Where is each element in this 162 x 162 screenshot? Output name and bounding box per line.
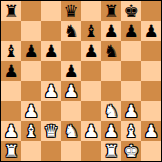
square-h1[interactable] [141, 141, 161, 161]
square-c2[interactable]: ♛ [41, 121, 61, 141]
square-g4[interactable] [121, 81, 141, 101]
white-bishop-icon: ♝ [123, 121, 138, 141]
square-e5[interactable] [81, 61, 101, 81]
black-pawn-icon: ♟ [83, 41, 98, 61]
square-c1[interactable] [41, 141, 61, 161]
white-knight-icon: ♞ [103, 101, 118, 121]
white-rook-icon: ♜ [103, 141, 118, 161]
square-f6[interactable]: ♞ [101, 41, 121, 61]
white-pawn-icon: ♟ [63, 81, 78, 101]
black-knight-icon: ♞ [63, 21, 78, 41]
black-pawn-icon: ♟ [123, 21, 138, 41]
white-pawn-icon: ♟ [123, 101, 138, 121]
square-c3[interactable] [41, 101, 61, 121]
square-f8[interactable]: ♜ [101, 1, 121, 21]
square-g8[interactable]: ♚ [121, 1, 141, 21]
white-pawn-icon: ♟ [103, 121, 118, 141]
square-e7[interactable]: ♝ [81, 21, 101, 41]
white-rook-icon: ♜ [3, 141, 18, 161]
square-a3[interactable] [1, 101, 21, 121]
square-f4[interactable] [101, 81, 121, 101]
black-rook-icon: ♜ [3, 1, 18, 21]
square-c6[interactable]: ♟ [41, 41, 61, 61]
square-g6[interactable] [121, 41, 141, 61]
square-a2[interactable]: ♟ [1, 121, 21, 141]
square-g5[interactable] [121, 61, 141, 81]
square-g3[interactable]: ♟ [121, 101, 141, 121]
square-h7[interactable]: ♟ [141, 21, 161, 41]
white-pawn-icon: ♟ [3, 121, 18, 141]
white-king-icon: ♚ [123, 141, 138, 161]
black-bishop-icon: ♝ [83, 21, 98, 41]
square-f5[interactable] [101, 61, 121, 81]
square-h3[interactable] [141, 101, 161, 121]
square-d1[interactable] [61, 141, 81, 161]
black-knight-icon: ♞ [103, 41, 118, 61]
square-b1[interactable] [21, 141, 41, 161]
square-a7[interactable] [1, 21, 21, 41]
black-rook-icon: ♜ [103, 1, 118, 21]
square-a8[interactable]: ♜ [1, 1, 21, 21]
white-knight-icon: ♞ [63, 121, 78, 141]
square-e4[interactable] [81, 81, 101, 101]
square-a6[interactable]: ♝ [1, 41, 21, 61]
square-g7[interactable]: ♟ [121, 21, 141, 41]
white-pawn-icon: ♟ [43, 81, 58, 101]
white-pawn-icon: ♟ [83, 121, 98, 141]
square-b5[interactable] [21, 61, 41, 81]
square-f7[interactable]: ♟ [101, 21, 121, 41]
black-pawn-icon: ♟ [43, 41, 58, 61]
square-h4[interactable] [141, 81, 161, 101]
black-queen-icon: ♛ [63, 1, 78, 21]
square-e6[interactable]: ♟ [81, 41, 101, 61]
square-d4[interactable]: ♟ [61, 81, 81, 101]
chess-board: ♜♛♜♚♞♝♟♟♟♝♟♟♟♞♟♟♟♟♟♞♟♟♝♛♞♟♟♝♟♜♜♚ [0, 0, 162, 162]
square-e3[interactable] [81, 101, 101, 121]
square-h6[interactable] [141, 41, 161, 61]
white-pawn-icon: ♟ [23, 101, 38, 121]
square-h2[interactable]: ♟ [141, 121, 161, 141]
square-b8[interactable] [21, 1, 41, 21]
black-pawn-icon: ♟ [63, 61, 78, 81]
square-h5[interactable] [141, 61, 161, 81]
square-c8[interactable] [41, 1, 61, 21]
square-c4[interactable]: ♟ [41, 81, 61, 101]
square-b7[interactable] [21, 21, 41, 41]
square-d3[interactable] [61, 101, 81, 121]
black-king-icon: ♚ [123, 1, 138, 21]
square-d2[interactable]: ♞ [61, 121, 81, 141]
square-d7[interactable]: ♞ [61, 21, 81, 41]
white-queen-icon: ♛ [43, 121, 58, 141]
black-pawn-icon: ♟ [143, 21, 158, 41]
black-pawn-icon: ♟ [23, 41, 38, 61]
square-b6[interactable]: ♟ [21, 41, 41, 61]
white-pawn-icon: ♟ [143, 121, 158, 141]
square-b2[interactable]: ♝ [21, 121, 41, 141]
square-a1[interactable]: ♜ [1, 141, 21, 161]
square-d6[interactable] [61, 41, 81, 61]
square-e1[interactable] [81, 141, 101, 161]
square-c7[interactable] [41, 21, 61, 41]
white-bishop-icon: ♝ [23, 121, 38, 141]
black-bishop-icon: ♝ [3, 41, 18, 61]
square-g1[interactable]: ♚ [121, 141, 141, 161]
square-h8[interactable] [141, 1, 161, 21]
square-e2[interactable]: ♟ [81, 121, 101, 141]
square-g2[interactable]: ♝ [121, 121, 141, 141]
square-c5[interactable] [41, 61, 61, 81]
square-a5[interactable]: ♟ [1, 61, 21, 81]
square-f1[interactable]: ♜ [101, 141, 121, 161]
square-f3[interactable]: ♞ [101, 101, 121, 121]
black-pawn-icon: ♟ [103, 21, 118, 41]
square-f2[interactable]: ♟ [101, 121, 121, 141]
square-b3[interactable]: ♟ [21, 101, 41, 121]
square-b4[interactable] [21, 81, 41, 101]
square-d5[interactable]: ♟ [61, 61, 81, 81]
square-d8[interactable]: ♛ [61, 1, 81, 21]
square-e8[interactable] [81, 1, 101, 21]
square-a4[interactable] [1, 81, 21, 101]
black-pawn-icon: ♟ [3, 61, 18, 81]
